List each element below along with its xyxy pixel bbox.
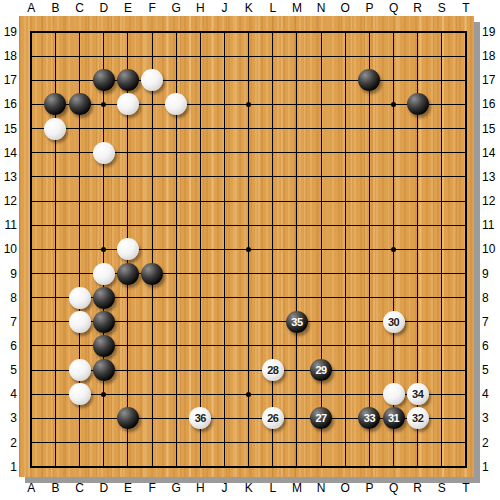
stone-black-C16[interactable]: [69, 93, 91, 115]
col-label-top-R: R: [408, 1, 428, 15]
stone-black-D8[interactable]: [93, 287, 115, 309]
stone-white-B15[interactable]: [44, 118, 66, 140]
row-label-left-2: 2: [0, 436, 17, 450]
row-label-left-15: 15: [0, 122, 17, 136]
col-label-top-H: H: [190, 1, 210, 15]
row-label-left-18: 18: [0, 49, 17, 63]
row-label-left-8: 8: [0, 291, 17, 305]
col-label-bottom-K: K: [239, 481, 259, 495]
row-label-left-14: 14: [0, 146, 17, 160]
stone-white-C8[interactable]: [69, 287, 91, 309]
col-label-top-Q: Q: [384, 1, 404, 15]
row-label-right-8: 8: [482, 291, 500, 305]
stone-white-D9[interactable]: [93, 263, 115, 285]
row-label-left-5: 5: [0, 363, 17, 377]
move-number-label: 36: [195, 412, 206, 424]
col-label-top-D: D: [94, 1, 114, 15]
col-label-top-P: P: [359, 1, 379, 15]
col-label-top-K: K: [239, 1, 259, 15]
col-label-top-C: C: [70, 1, 90, 15]
stone-white-Q4[interactable]: [383, 383, 405, 405]
col-label-bottom-M: M: [287, 481, 307, 495]
row-label-left-11: 11: [0, 218, 17, 232]
goban-board[interactable]: 3530282934362627333132: [19, 16, 474, 477]
row-label-left-9: 9: [0, 267, 17, 281]
row-label-right-11: 11: [482, 218, 500, 232]
row-label-right-4: 4: [482, 387, 500, 401]
row-label-left-13: 13: [0, 170, 17, 184]
col-label-top-T: T: [456, 1, 476, 15]
move-number-label: 35: [291, 316, 302, 328]
col-label-bottom-E: E: [118, 481, 138, 495]
row-label-right-2: 2: [482, 436, 500, 450]
stone-white-R3-move-32[interactable]: 32: [407, 407, 429, 429]
row-label-right-9: 9: [482, 267, 500, 281]
col-label-top-F: F: [142, 1, 162, 15]
star-point-Q10: [391, 247, 396, 252]
col-label-bottom-Q: Q: [384, 481, 404, 495]
row-label-left-16: 16: [0, 97, 17, 111]
col-label-bottom-B: B: [45, 481, 65, 495]
col-label-bottom-A: A: [21, 481, 41, 495]
stone-black-D17[interactable]: [93, 69, 115, 91]
col-label-bottom-T: T: [456, 481, 476, 495]
stone-white-R4-move-34[interactable]: 34: [407, 383, 429, 405]
col-label-bottom-O: O: [335, 481, 355, 495]
star-point-Q16: [391, 102, 396, 107]
col-label-bottom-F: F: [142, 481, 162, 495]
move-number-label: 28: [267, 364, 278, 376]
col-label-top-B: B: [45, 1, 65, 15]
stone-black-M7-move-35[interactable]: 35: [286, 311, 308, 333]
move-number-label: 29: [315, 364, 326, 376]
star-point-K4: [246, 392, 251, 397]
col-label-bottom-D: D: [94, 481, 114, 495]
row-label-left-3: 3: [0, 411, 17, 425]
row-label-right-10: 10: [482, 242, 500, 256]
col-label-top-N: N: [311, 1, 331, 15]
row-label-right-13: 13: [482, 170, 500, 184]
col-label-bottom-P: P: [359, 481, 379, 495]
col-label-bottom-C: C: [70, 481, 90, 495]
row-label-right-19: 19: [482, 25, 500, 39]
col-label-top-G: G: [166, 1, 186, 15]
row-label-right-3: 3: [482, 411, 500, 425]
col-label-bottom-G: G: [166, 481, 186, 495]
go-kifu-diagram: ABCDEFGHJKLMNOPQRST ABCDEFGHJKLMNOPQRST …: [0, 0, 500, 500]
stone-white-C5[interactable]: [69, 359, 91, 381]
row-label-left-4: 4: [0, 387, 17, 401]
stone-white-C4[interactable]: [69, 383, 91, 405]
col-label-top-E: E: [118, 1, 138, 15]
move-number-label: 27: [315, 412, 326, 424]
move-number-label: 31: [388, 412, 399, 424]
stone-black-R16[interactable]: [407, 93, 429, 115]
stone-white-C7[interactable]: [69, 311, 91, 333]
star-point-K10: [246, 247, 251, 252]
move-number-label: 34: [412, 388, 423, 400]
move-number-label: 26: [267, 412, 278, 424]
row-label-right-17: 17: [482, 73, 500, 87]
move-number-label: 32: [412, 412, 423, 424]
stone-black-E9[interactable]: [117, 263, 139, 285]
stone-white-L5-move-28[interactable]: 28: [262, 359, 284, 381]
row-label-right-16: 16: [482, 97, 500, 111]
col-label-bottom-H: H: [190, 481, 210, 495]
stone-black-F9[interactable]: [141, 263, 163, 285]
stone-white-D14[interactable]: [93, 142, 115, 164]
row-label-right-5: 5: [482, 363, 500, 377]
row-label-right-12: 12: [482, 194, 500, 208]
row-label-right-7: 7: [482, 315, 500, 329]
row-label-left-6: 6: [0, 339, 17, 353]
row-label-left-19: 19: [0, 25, 17, 39]
row-label-right-1: 1: [482, 460, 500, 474]
col-label-top-M: M: [287, 1, 307, 15]
row-label-left-17: 17: [0, 73, 17, 87]
move-number-label: 33: [364, 412, 375, 424]
col-label-top-A: A: [21, 1, 41, 15]
col-label-top-J: J: [215, 1, 235, 15]
col-label-top-L: L: [263, 1, 283, 15]
row-label-right-14: 14: [482, 146, 500, 160]
move-number-label: 30: [388, 316, 399, 328]
col-label-top-S: S: [432, 1, 452, 15]
stone-black-D5[interactable]: [93, 359, 115, 381]
stone-white-Q7-move-30[interactable]: 30: [383, 311, 405, 333]
col-label-bottom-N: N: [311, 481, 331, 495]
stone-black-D7[interactable]: [93, 311, 115, 333]
row-label-right-6: 6: [482, 339, 500, 353]
col-label-top-O: O: [335, 1, 355, 15]
col-label-bottom-J: J: [215, 481, 235, 495]
row-label-left-10: 10: [0, 242, 17, 256]
row-label-left-12: 12: [0, 194, 17, 208]
col-label-bottom-L: L: [263, 481, 283, 495]
col-label-bottom-S: S: [432, 481, 452, 495]
stone-black-D6[interactable]: [93, 335, 115, 357]
row-label-left-7: 7: [0, 315, 17, 329]
row-label-right-18: 18: [482, 49, 500, 63]
col-label-bottom-R: R: [408, 481, 428, 495]
row-label-right-15: 15: [482, 122, 500, 136]
star-point-D4: [101, 392, 106, 397]
stone-black-Q3-move-31[interactable]: 31: [383, 407, 405, 429]
row-label-left-1: 1: [0, 460, 17, 474]
